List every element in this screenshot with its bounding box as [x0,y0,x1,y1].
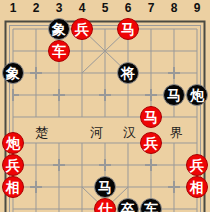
piece-black-cannon[interactable]: 炮 [186,84,208,106]
piece-red-horse[interactable]: 马 [117,18,139,40]
piece-red-soldier[interactable]: 兵 [140,132,162,154]
piece-red-horse[interactable]: 马 [140,106,162,128]
piece-red-cannon[interactable]: 炮 [2,132,24,154]
piece-red-soldier[interactable]: 兵 [2,154,24,176]
piece-red-soldier[interactable]: 兵 [71,18,93,40]
piece-black-horse[interactable]: 马 [163,84,185,106]
river-label-right-1: 界 [170,125,183,140]
piece-red-elephant[interactable]: 相 [2,176,24,198]
piece-black-elephant[interactable]: 象 [48,18,70,40]
xiangqi-board: 123456789 楚河汉界 象兵马车象将马炮马炮兵兵兵相马相仕卒车 [0,0,210,212]
river-label-right-0: 汉 [123,125,136,140]
piece-red-chariot[interactable]: 车 [48,40,70,62]
river-label-left-0: 楚 [35,125,48,140]
river-label-left-1: 河 [90,125,103,140]
piece-red-elephant[interactable]: 相 [186,176,208,198]
piece-black-horse[interactable]: 马 [94,176,116,198]
piece-black-elephant[interactable]: 象 [2,62,24,84]
piece-red-soldier[interactable]: 兵 [186,154,208,176]
piece-black-general[interactable]: 将 [117,62,139,84]
